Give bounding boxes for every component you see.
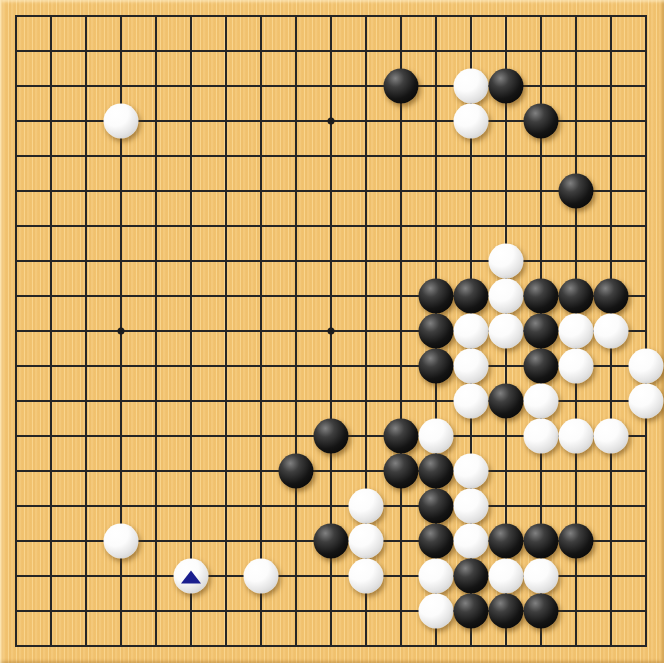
white-stone (559, 314, 594, 349)
black-stone (489, 524, 524, 559)
grid-line-horizontal (15, 505, 647, 507)
black-stone (419, 279, 454, 314)
white-stone (559, 349, 594, 384)
black-stone (419, 489, 454, 524)
black-stone (384, 419, 419, 454)
white-stone (454, 489, 489, 524)
black-stone (524, 349, 559, 384)
black-stone (559, 174, 594, 209)
black-stone (559, 279, 594, 314)
white-stone (349, 559, 384, 594)
grid-line-vertical (645, 15, 647, 647)
white-stone (489, 244, 524, 279)
white-stone (454, 349, 489, 384)
white-stone (594, 314, 629, 349)
white-stone (244, 559, 279, 594)
white-stone (419, 559, 454, 594)
white-stone (629, 349, 664, 384)
white-stone (104, 104, 139, 139)
black-stone (594, 279, 629, 314)
white-stone (559, 419, 594, 454)
white-stone (349, 489, 384, 524)
white-stone (524, 419, 559, 454)
black-stone (524, 594, 559, 629)
white-stone (454, 314, 489, 349)
black-stone (384, 454, 419, 489)
grid-line-vertical (400, 15, 402, 647)
black-stone (419, 524, 454, 559)
white-stone (454, 104, 489, 139)
black-stone (524, 279, 559, 314)
grid-line-horizontal (15, 645, 647, 647)
white-stone (524, 384, 559, 419)
white-stone (489, 279, 524, 314)
white-stone (419, 419, 454, 454)
triangle-marker (181, 571, 201, 584)
white-stone (629, 384, 664, 419)
black-stone (314, 524, 349, 559)
black-stone (454, 559, 489, 594)
star-point (328, 118, 335, 125)
white-stone (419, 594, 454, 629)
white-stone (594, 419, 629, 454)
star-point (118, 328, 125, 335)
white-stone (454, 524, 489, 559)
black-stone (454, 279, 489, 314)
black-stone (384, 69, 419, 104)
black-stone (454, 594, 489, 629)
black-stone (489, 594, 524, 629)
black-stone (419, 314, 454, 349)
black-stone (419, 454, 454, 489)
white-stone (489, 559, 524, 594)
black-stone (559, 524, 594, 559)
black-stone (419, 349, 454, 384)
black-stone (524, 314, 559, 349)
black-stone (314, 419, 349, 454)
black-stone (279, 454, 314, 489)
black-stone (489, 69, 524, 104)
black-stone (524, 104, 559, 139)
white-stone (349, 524, 384, 559)
white-stone (104, 524, 139, 559)
black-stone (524, 524, 559, 559)
grid-line-horizontal (15, 470, 647, 472)
go-board[interactable] (0, 0, 664, 663)
black-stone (489, 384, 524, 419)
white-stone (454, 454, 489, 489)
star-point (328, 328, 335, 335)
white-stone (524, 559, 559, 594)
white-stone (454, 69, 489, 104)
white-stone (454, 384, 489, 419)
white-stone (489, 314, 524, 349)
